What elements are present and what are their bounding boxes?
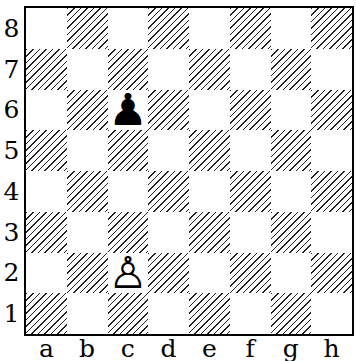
square-h6[interactable] [311,90,352,131]
rank-label-8: 8 [0,8,23,49]
square-h7[interactable] [311,49,352,90]
square-d8[interactable] [148,8,189,49]
square-h1[interactable] [311,293,352,334]
file-label-e: e [189,335,230,361]
square-c6[interactable]: ♟ [108,90,149,131]
square-g1[interactable] [271,293,312,334]
chess-board: ♟♙ [24,6,354,336]
square-h8[interactable] [311,8,352,49]
square-g7[interactable] [271,49,312,90]
square-e2[interactable] [189,253,230,294]
square-b8[interactable] [67,8,108,49]
square-e8[interactable] [189,8,230,49]
square-d1[interactable] [148,293,189,334]
square-g5[interactable] [271,130,312,171]
square-f5[interactable] [230,130,271,171]
rank-label-6: 6 [0,90,23,131]
square-b5[interactable] [67,130,108,171]
square-b2[interactable] [67,253,108,294]
file-label-h: h [311,335,352,361]
square-c4[interactable] [108,171,149,212]
square-e6[interactable] [189,90,230,131]
white-pawn: ♙ [108,253,147,293]
square-b6[interactable] [67,90,108,131]
square-a1[interactable] [26,293,67,334]
square-d7[interactable] [148,49,189,90]
square-a3[interactable] [26,212,67,253]
square-d2[interactable] [148,253,189,294]
rank-label-7: 7 [0,49,23,90]
square-f4[interactable] [230,171,271,212]
square-c2[interactable]: ♙ [108,253,149,294]
file-label-g: g [271,335,312,361]
square-f1[interactable] [230,293,271,334]
square-h4[interactable] [311,171,352,212]
square-f2[interactable] [230,253,271,294]
square-a8[interactable] [26,8,67,49]
square-h5[interactable] [311,130,352,171]
square-g4[interactable] [271,171,312,212]
square-b4[interactable] [67,171,108,212]
rank-label-3: 3 [0,212,23,253]
square-a7[interactable] [26,49,67,90]
square-a6[interactable] [26,90,67,131]
rank-labels: 87654321 [0,8,23,334]
square-b1[interactable] [67,293,108,334]
square-d6[interactable] [148,90,189,131]
square-f3[interactable] [230,212,271,253]
square-a5[interactable] [26,130,67,171]
file-label-a: a [26,335,67,361]
file-label-d: d [148,335,189,361]
square-c8[interactable] [108,8,149,49]
square-g3[interactable] [271,212,312,253]
file-labels: abcdefgh [26,335,352,361]
rank-label-4: 4 [0,171,23,212]
square-g8[interactable] [271,8,312,49]
square-h3[interactable] [311,212,352,253]
square-d3[interactable] [148,212,189,253]
square-d5[interactable] [148,130,189,171]
square-b3[interactable] [67,212,108,253]
file-label-b: b [67,335,108,361]
file-label-f: f [230,335,271,361]
rank-label-2: 2 [0,253,23,294]
square-e7[interactable] [189,49,230,90]
square-e5[interactable] [189,130,230,171]
square-f6[interactable] [230,90,271,131]
square-f7[interactable] [230,49,271,90]
square-e1[interactable] [189,293,230,334]
square-g2[interactable] [271,253,312,294]
black-pawn: ♟ [108,90,147,130]
square-c5[interactable] [108,130,149,171]
square-e4[interactable] [189,171,230,212]
square-a2[interactable] [26,253,67,294]
square-c1[interactable] [108,293,149,334]
square-b7[interactable] [67,49,108,90]
square-f8[interactable] [230,8,271,49]
chess-diagram: 87654321 ♟♙ abcdefgh [0,0,356,361]
rank-label-5: 5 [0,130,23,171]
square-d4[interactable] [148,171,189,212]
file-label-c: c [108,335,149,361]
rank-label-1: 1 [0,293,23,334]
square-a4[interactable] [26,171,67,212]
square-e3[interactable] [189,212,230,253]
square-h2[interactable] [311,253,352,294]
square-g6[interactable] [271,90,312,131]
